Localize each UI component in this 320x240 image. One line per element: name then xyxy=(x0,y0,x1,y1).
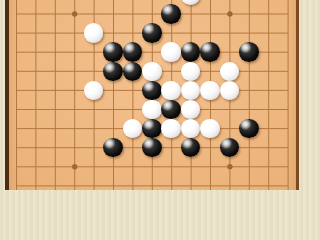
black-stone xyxy=(239,119,259,139)
black-stone xyxy=(142,23,162,43)
black-stone xyxy=(161,100,181,120)
board-rim xyxy=(5,0,299,190)
star-point xyxy=(72,11,77,16)
white-stone xyxy=(220,62,240,82)
white-stone xyxy=(161,42,181,62)
white-stone xyxy=(200,81,220,101)
app-screen: { "game": { "name": "gomoku", "board_siz… xyxy=(0,0,304,190)
white-stone xyxy=(142,100,162,120)
black-stone xyxy=(200,42,220,62)
star-point xyxy=(227,11,232,16)
black-stone xyxy=(123,62,143,82)
black-stone xyxy=(142,119,162,139)
black-stone xyxy=(142,81,162,101)
black-stone xyxy=(103,42,123,62)
white-stone xyxy=(200,119,220,139)
black-stone xyxy=(142,138,162,158)
gomoku-board[interactable] xyxy=(9,0,296,190)
white-stone xyxy=(142,62,162,82)
black-stone xyxy=(123,42,143,62)
star-point xyxy=(227,164,232,169)
black-stone xyxy=(161,4,181,24)
white-stone xyxy=(161,81,181,101)
white-stone xyxy=(84,23,104,43)
black-stone xyxy=(239,42,259,62)
black-stone xyxy=(103,62,123,82)
star-point xyxy=(72,164,77,169)
black-stone xyxy=(103,138,123,158)
